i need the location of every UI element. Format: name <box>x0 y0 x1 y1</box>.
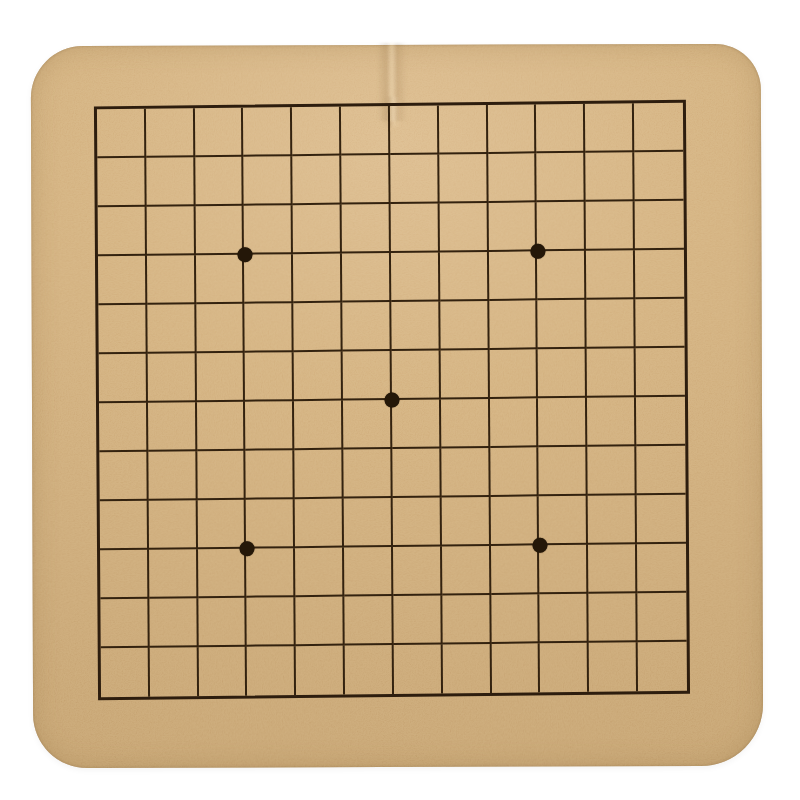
grid-cell <box>490 447 539 497</box>
grid-cell <box>149 598 198 648</box>
grid-cell <box>441 497 490 547</box>
star-point <box>530 244 545 259</box>
grid-cell <box>198 647 247 697</box>
grid-cell <box>195 108 244 158</box>
grid-cell <box>537 251 586 301</box>
grid-cell <box>149 500 198 550</box>
grid-cell <box>245 303 294 353</box>
grid-cell <box>97 109 146 159</box>
grid-cell <box>588 544 637 594</box>
grid-cell <box>488 202 537 252</box>
grid-cell <box>440 301 489 351</box>
grid-cell <box>585 103 634 153</box>
grid-cell <box>491 545 540 595</box>
grid-cell <box>635 299 684 349</box>
grid-cell <box>540 594 589 644</box>
grid-cell <box>343 400 392 450</box>
grid-cell <box>293 156 342 206</box>
grid-cell <box>244 205 293 255</box>
grid-cell <box>293 205 342 255</box>
grid-cell <box>441 448 490 498</box>
grid-cell <box>439 154 488 204</box>
grid-cell <box>247 597 296 647</box>
grid-cell <box>100 599 149 649</box>
grid-cell <box>489 251 538 301</box>
grid-cell <box>394 644 443 694</box>
grid-cell <box>148 451 197 501</box>
grid-cell <box>588 446 637 496</box>
grid-cell <box>294 352 343 402</box>
grid-cell <box>440 350 489 400</box>
grid-cell <box>589 593 638 643</box>
grid-cell <box>197 402 246 452</box>
grid-cell <box>100 501 149 551</box>
grid-cell <box>344 498 393 548</box>
grid-cell <box>295 548 344 598</box>
go-board-mat <box>31 44 764 769</box>
grid-cell <box>390 105 439 155</box>
grid-cell <box>489 349 538 399</box>
grid-cell <box>391 203 440 253</box>
grid-cell <box>588 495 637 545</box>
grid-cell <box>149 549 198 599</box>
grid-cell <box>637 495 686 545</box>
grid-cell <box>341 155 390 205</box>
grid-cell <box>293 254 342 304</box>
grid-cell <box>393 546 442 596</box>
grid-cell <box>538 300 587 350</box>
grid-cell <box>342 204 391 254</box>
grid-cell <box>488 153 537 203</box>
grid-cell <box>636 446 685 496</box>
grid-cell <box>245 401 294 451</box>
grid-cell <box>146 108 195 158</box>
grid-cell <box>635 201 684 251</box>
grid-cell <box>586 250 635 300</box>
grid-cell <box>195 206 244 256</box>
grid-cell <box>147 353 196 403</box>
grid-cell <box>636 397 685 447</box>
grid-cell <box>635 250 684 300</box>
grid-cell <box>147 304 196 354</box>
grid-cell <box>344 547 393 597</box>
grid-cell <box>443 644 492 694</box>
grid-cell <box>440 252 489 302</box>
grid-cell <box>586 152 635 202</box>
grid-cell <box>150 647 199 697</box>
grid-cell <box>246 450 295 500</box>
grid-cell <box>636 348 685 398</box>
star-point <box>239 541 254 556</box>
grid-cell <box>146 206 195 256</box>
grid-cell <box>243 107 292 157</box>
star-point <box>384 392 399 407</box>
grid-cell <box>441 399 490 449</box>
grid-cell <box>638 642 687 692</box>
star-point <box>237 247 252 262</box>
grid-cell <box>97 158 146 208</box>
grid-cell <box>490 398 539 448</box>
grid-cell <box>392 350 441 400</box>
grid-cell <box>587 348 636 398</box>
grid-cell <box>98 256 147 306</box>
star-point <box>532 538 547 553</box>
grid-cell <box>343 449 392 499</box>
grid-cell <box>99 403 148 453</box>
grid-cell <box>197 500 246 550</box>
grid-cell <box>292 107 341 157</box>
grid-cell <box>439 203 488 253</box>
grid-cell <box>537 153 586 203</box>
grid-cell <box>341 106 390 156</box>
grid-cell <box>490 496 539 546</box>
grid-cell <box>540 643 589 693</box>
grid-cell <box>587 397 636 447</box>
grid-cell <box>538 398 587 448</box>
grid-cell <box>393 497 442 547</box>
grid-cell <box>342 253 391 303</box>
grid-cell <box>147 255 196 305</box>
grid-cell <box>245 352 294 402</box>
grid-cell <box>491 594 540 644</box>
grid-cell <box>637 593 686 643</box>
grid-cell <box>390 154 439 204</box>
photo-stage <box>0 0 800 800</box>
grid-cell <box>343 351 392 401</box>
grid-cell <box>589 642 638 692</box>
grid-cell <box>634 152 683 202</box>
grid-cell <box>637 544 686 594</box>
grid-cell <box>538 349 587 399</box>
grid-cell <box>489 300 538 350</box>
grid-cell <box>197 451 246 501</box>
grid-cell <box>196 353 245 403</box>
grid-cell <box>196 304 245 354</box>
go-grid-13x13 <box>94 100 690 701</box>
grid-cell <box>196 255 245 305</box>
grid-cell <box>536 104 585 154</box>
grid-cell <box>539 545 588 595</box>
grid-cell <box>198 549 247 599</box>
grid-cell <box>392 399 441 449</box>
grid-cell <box>98 305 147 355</box>
grid-cell <box>442 546 491 596</box>
grid-cell <box>101 648 150 698</box>
grid-cell <box>442 595 491 645</box>
grid-cell <box>148 402 197 452</box>
grid-cell <box>393 595 442 645</box>
grid-cell <box>539 447 588 497</box>
grid-cell <box>439 105 488 155</box>
grid-cell <box>537 202 586 252</box>
grid-cell <box>100 550 149 600</box>
grid-cell <box>391 301 440 351</box>
grid-cell <box>586 201 635 251</box>
grid-cell <box>294 303 343 353</box>
grid-cell <box>296 597 345 647</box>
grid-cell <box>539 496 588 546</box>
grid-cell <box>246 548 295 598</box>
grid-cell <box>296 646 345 696</box>
grid-cell <box>295 499 344 549</box>
grid-cell <box>491 643 540 693</box>
grid-cell <box>195 157 244 207</box>
grid-cell <box>198 598 247 648</box>
grid-cell <box>247 646 296 696</box>
grid-cell <box>146 157 195 207</box>
grid-cell <box>345 645 394 695</box>
grid-cell <box>587 299 636 349</box>
grid-cell <box>488 104 537 154</box>
grid-cell <box>99 354 148 404</box>
grid-cell <box>345 596 394 646</box>
grid-cell <box>294 401 343 451</box>
grid-cell <box>244 156 293 206</box>
grid-cell <box>295 450 344 500</box>
grid-cell <box>342 302 391 352</box>
grid-cell <box>634 103 683 153</box>
grid-cell <box>391 252 440 302</box>
grid-cell <box>244 254 293 304</box>
grid-cell <box>99 452 148 502</box>
grid-cell <box>246 499 295 549</box>
grid-cell <box>98 207 147 257</box>
grid-cell <box>392 448 441 498</box>
